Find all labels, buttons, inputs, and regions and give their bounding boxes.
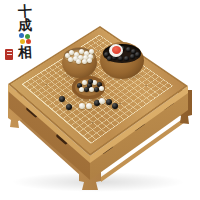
product-photo-canvas: 十 成 相 [0, 0, 200, 200]
go-stone-white [79, 103, 85, 109]
go-stone-white [86, 103, 92, 109]
go-stone-black [112, 103, 118, 109]
loose-stones-layer [0, 0, 200, 200]
go-stone-black [66, 104, 72, 110]
go-stone-black [106, 99, 112, 105]
go-stone-white [99, 98, 105, 104]
go-stone-black [59, 96, 65, 102]
